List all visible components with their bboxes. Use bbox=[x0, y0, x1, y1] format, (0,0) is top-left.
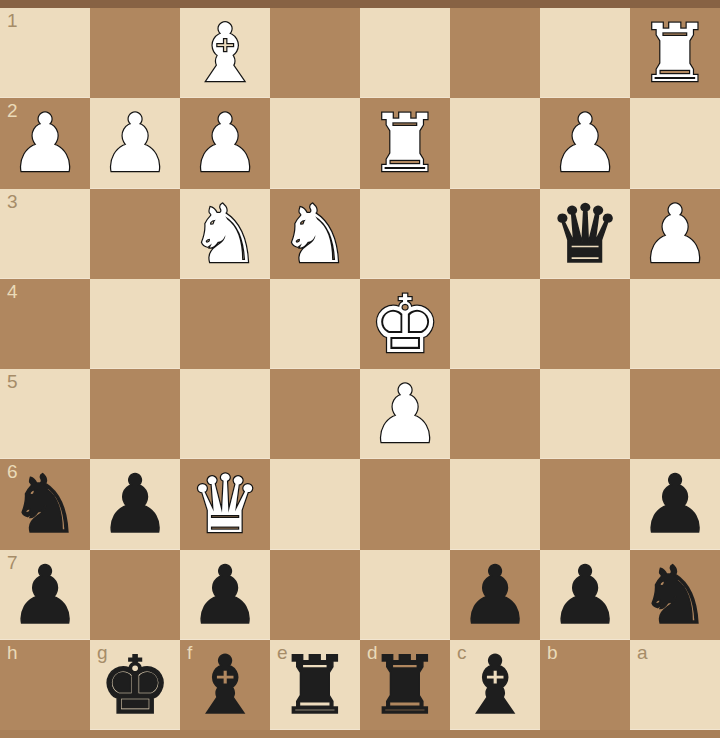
square-h5[interactable]: 5 bbox=[0, 369, 90, 459]
square-b2[interactable]: ♟ bbox=[540, 98, 630, 188]
square-h7[interactable]: 7♟ bbox=[0, 550, 90, 640]
square-f3[interactable]: ♞ bbox=[180, 189, 270, 279]
square-b8[interactable]: b bbox=[540, 640, 630, 730]
piece-white-pawn[interactable]: ♟ bbox=[180, 99, 270, 189]
square-a2[interactable] bbox=[630, 98, 720, 188]
square-c5[interactable] bbox=[450, 369, 540, 459]
piece-black-bishop[interactable]: ♝ bbox=[180, 641, 270, 731]
square-a8[interactable]: a bbox=[630, 640, 720, 730]
square-h2[interactable]: 2♟ bbox=[0, 98, 90, 188]
rank-label: 1 bbox=[7, 10, 18, 32]
piece-white-pawn[interactable]: ♟ bbox=[90, 99, 180, 189]
square-h3[interactable]: 3 bbox=[0, 189, 90, 279]
square-e8[interactable]: e♜ bbox=[270, 640, 360, 730]
piece-black-queen[interactable]: ♛ bbox=[540, 190, 630, 280]
square-e1[interactable] bbox=[270, 8, 360, 98]
piece-white-knight[interactable]: ♞ bbox=[180, 190, 270, 280]
square-d4[interactable]: ♚ bbox=[360, 279, 450, 369]
square-e6[interactable] bbox=[270, 459, 360, 549]
piece-black-pawn[interactable]: ♟ bbox=[540, 551, 630, 641]
piece-black-pawn[interactable]: ♟ bbox=[90, 460, 180, 550]
piece-black-pawn[interactable]: ♟ bbox=[180, 551, 270, 641]
piece-black-knight[interactable]: ♞ bbox=[0, 460, 90, 550]
piece-black-bishop[interactable]: ♝ bbox=[450, 641, 540, 731]
rank-label: 5 bbox=[7, 371, 18, 393]
square-e3[interactable]: ♞ bbox=[270, 189, 360, 279]
chess-board: 1♝♜2♟♟♟♜♟3♞♞♛♟4♚5♟6♞♟♛♟7♟♟♟♟♞hg♚f♝e♜d♜c♝… bbox=[0, 8, 720, 730]
square-e7[interactable] bbox=[270, 550, 360, 640]
piece-white-rook[interactable]: ♜ bbox=[360, 99, 450, 189]
square-h1[interactable]: 1 bbox=[0, 8, 90, 98]
piece-black-rook[interactable]: ♜ bbox=[270, 641, 360, 731]
square-d1[interactable] bbox=[360, 8, 450, 98]
square-a3[interactable]: ♟ bbox=[630, 189, 720, 279]
square-d5[interactable]: ♟ bbox=[360, 369, 450, 459]
piece-white-pawn[interactable]: ♟ bbox=[630, 190, 720, 280]
board-top-edge bbox=[0, 0, 720, 8]
rank-label: 3 bbox=[7, 191, 18, 213]
square-c6[interactable] bbox=[450, 459, 540, 549]
piece-white-bishop[interactable]: ♝ bbox=[180, 9, 270, 99]
square-f1[interactable]: ♝ bbox=[180, 8, 270, 98]
board-bottom-edge bbox=[0, 730, 720, 738]
square-b4[interactable] bbox=[540, 279, 630, 369]
piece-white-king[interactable]: ♚ bbox=[360, 280, 450, 370]
square-g3[interactable] bbox=[90, 189, 180, 279]
chess-app: 1♝♜2♟♟♟♜♟3♞♞♛♟4♚5♟6♞♟♛♟7♟♟♟♟♞hg♚f♝e♜d♜c♝… bbox=[0, 0, 720, 738]
square-d8[interactable]: d♜ bbox=[360, 640, 450, 730]
square-g7[interactable] bbox=[90, 550, 180, 640]
square-e2[interactable] bbox=[270, 98, 360, 188]
square-h8[interactable]: h bbox=[0, 640, 90, 730]
square-b1[interactable] bbox=[540, 8, 630, 98]
square-a4[interactable] bbox=[630, 279, 720, 369]
square-g5[interactable] bbox=[90, 369, 180, 459]
square-f5[interactable] bbox=[180, 369, 270, 459]
square-h4[interactable]: 4 bbox=[0, 279, 90, 369]
piece-black-pawn[interactable]: ♟ bbox=[0, 551, 90, 641]
piece-white-pawn[interactable]: ♟ bbox=[540, 99, 630, 189]
piece-white-pawn[interactable]: ♟ bbox=[360, 370, 450, 460]
square-h6[interactable]: 6♞ bbox=[0, 459, 90, 549]
square-c3[interactable] bbox=[450, 189, 540, 279]
square-a5[interactable] bbox=[630, 369, 720, 459]
square-a1[interactable]: ♜ bbox=[630, 8, 720, 98]
square-d6[interactable] bbox=[360, 459, 450, 549]
square-g1[interactable] bbox=[90, 8, 180, 98]
square-d7[interactable] bbox=[360, 550, 450, 640]
square-b7[interactable]: ♟ bbox=[540, 550, 630, 640]
square-a7[interactable]: ♞ bbox=[630, 550, 720, 640]
file-label: b bbox=[547, 642, 558, 664]
piece-black-knight[interactable]: ♞ bbox=[630, 551, 720, 641]
piece-black-pawn[interactable]: ♟ bbox=[450, 551, 540, 641]
square-g6[interactable]: ♟ bbox=[90, 459, 180, 549]
square-f6[interactable]: ♛ bbox=[180, 459, 270, 549]
file-label: a bbox=[637, 642, 648, 664]
rank-label: 4 bbox=[7, 281, 18, 303]
square-g4[interactable] bbox=[90, 279, 180, 369]
square-b3[interactable]: ♛ bbox=[540, 189, 630, 279]
square-f7[interactable]: ♟ bbox=[180, 550, 270, 640]
piece-white-rook[interactable]: ♜ bbox=[630, 9, 720, 99]
square-b6[interactable] bbox=[540, 459, 630, 549]
square-c8[interactable]: c♝ bbox=[450, 640, 540, 730]
piece-white-pawn[interactable]: ♟ bbox=[0, 99, 90, 189]
piece-black-king[interactable]: ♚ bbox=[90, 641, 180, 731]
square-e4[interactable] bbox=[270, 279, 360, 369]
square-c4[interactable] bbox=[450, 279, 540, 369]
square-c7[interactable]: ♟ bbox=[450, 550, 540, 640]
square-d2[interactable]: ♜ bbox=[360, 98, 450, 188]
square-a6[interactable]: ♟ bbox=[630, 459, 720, 549]
square-b5[interactable] bbox=[540, 369, 630, 459]
square-d3[interactable] bbox=[360, 189, 450, 279]
square-g2[interactable]: ♟ bbox=[90, 98, 180, 188]
square-c1[interactable] bbox=[450, 8, 540, 98]
piece-black-rook[interactable]: ♜ bbox=[360, 641, 450, 731]
piece-black-pawn[interactable]: ♟ bbox=[630, 460, 720, 550]
file-label: h bbox=[7, 642, 18, 664]
square-f8[interactable]: f♝ bbox=[180, 640, 270, 730]
piece-white-knight[interactable]: ♞ bbox=[270, 190, 360, 280]
piece-white-queen[interactable]: ♛ bbox=[180, 460, 270, 550]
square-c2[interactable] bbox=[450, 98, 540, 188]
square-f4[interactable] bbox=[180, 279, 270, 369]
square-e5[interactable] bbox=[270, 369, 360, 459]
square-g8[interactable]: g♚ bbox=[90, 640, 180, 730]
square-f2[interactable]: ♟ bbox=[180, 98, 270, 188]
